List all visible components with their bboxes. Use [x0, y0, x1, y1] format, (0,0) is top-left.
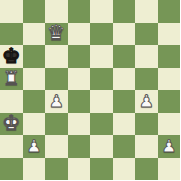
square-g4[interactable]: ♟	[135, 90, 158, 113]
square-h3[interactable]	[158, 113, 181, 136]
square-h5[interactable]	[158, 68, 181, 91]
square-a5[interactable]: ♜	[0, 68, 23, 91]
square-f2[interactable]	[113, 135, 136, 158]
square-a7[interactable]	[0, 23, 23, 46]
square-f1[interactable]	[113, 158, 136, 181]
square-g6[interactable]	[135, 45, 158, 68]
square-a2[interactable]	[0, 135, 23, 158]
square-g5[interactable]	[135, 68, 158, 91]
square-a1[interactable]	[0, 158, 23, 181]
square-a3[interactable]: ♚	[0, 113, 23, 136]
piece-white-rook[interactable]: ♜	[3, 69, 20, 88]
square-d3[interactable]	[68, 113, 91, 136]
square-h6[interactable]	[158, 45, 181, 68]
piece-white-pawn[interactable]: ♟	[26, 138, 41, 155]
square-f4[interactable]	[113, 90, 136, 113]
square-c8[interactable]	[45, 0, 68, 23]
square-e7[interactable]	[90, 23, 113, 46]
square-b1[interactable]	[23, 158, 46, 181]
square-h1[interactable]	[158, 158, 181, 181]
square-c1[interactable]	[45, 158, 68, 181]
square-h4[interactable]	[158, 90, 181, 113]
square-d8[interactable]	[68, 0, 91, 23]
square-b3[interactable]	[23, 113, 46, 136]
square-h7[interactable]	[158, 23, 181, 46]
piece-black-king[interactable]: ♚	[2, 46, 21, 67]
square-e4[interactable]	[90, 90, 113, 113]
square-g7[interactable]	[135, 23, 158, 46]
square-a6[interactable]: ♚	[0, 45, 23, 68]
square-d7[interactable]	[68, 23, 91, 46]
square-b8[interactable]	[23, 0, 46, 23]
square-e2[interactable]	[90, 135, 113, 158]
piece-white-pawn[interactable]: ♟	[139, 93, 154, 110]
square-g3[interactable]	[135, 113, 158, 136]
square-f7[interactable]	[113, 23, 136, 46]
piece-white-queen[interactable]: ♛	[47, 23, 66, 44]
square-d4[interactable]	[68, 90, 91, 113]
square-h8[interactable]	[158, 0, 181, 23]
square-h2[interactable]: ♟	[158, 135, 181, 158]
square-d2[interactable]	[68, 135, 91, 158]
square-b6[interactable]	[23, 45, 46, 68]
square-c4[interactable]: ♟	[45, 90, 68, 113]
square-e8[interactable]	[90, 0, 113, 23]
square-b2[interactable]: ♟	[23, 135, 46, 158]
square-f5[interactable]	[113, 68, 136, 91]
square-b4[interactable]	[23, 90, 46, 113]
square-c5[interactable]	[45, 68, 68, 91]
square-c3[interactable]	[45, 113, 68, 136]
square-e5[interactable]	[90, 68, 113, 91]
piece-white-king[interactable]: ♚	[2, 113, 21, 134]
piece-white-pawn[interactable]: ♟	[161, 138, 176, 155]
square-d1[interactable]	[68, 158, 91, 181]
square-c2[interactable]	[45, 135, 68, 158]
square-f6[interactable]	[113, 45, 136, 68]
square-a4[interactable]	[0, 90, 23, 113]
square-g8[interactable]	[135, 0, 158, 23]
square-c6[interactable]	[45, 45, 68, 68]
square-b5[interactable]	[23, 68, 46, 91]
square-b7[interactable]	[23, 23, 46, 46]
square-f8[interactable]	[113, 0, 136, 23]
square-e6[interactable]	[90, 45, 113, 68]
square-e1[interactable]	[90, 158, 113, 181]
chess-board: ♛♚♜♟♟♚♟♟	[0, 0, 180, 180]
square-c7[interactable]: ♛	[45, 23, 68, 46]
square-g2[interactable]	[135, 135, 158, 158]
square-g1[interactable]	[135, 158, 158, 181]
square-d5[interactable]	[68, 68, 91, 91]
piece-white-pawn[interactable]: ♟	[49, 93, 64, 110]
square-d6[interactable]	[68, 45, 91, 68]
square-e3[interactable]	[90, 113, 113, 136]
square-a8[interactable]	[0, 0, 23, 23]
square-f3[interactable]	[113, 113, 136, 136]
